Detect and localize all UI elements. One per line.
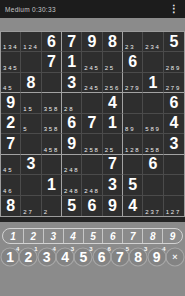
cell-r9c6[interactable]: 9 [103,196,123,216]
cell-r3c3[interactable] [42,73,62,93]
cell-r7c2[interactable]: 3 [21,155,41,175]
cell-r3c7[interactable]: 279 [123,73,143,93]
cell-value: 2 [1,114,20,133]
cell-value: 9 [82,32,101,51]
note-button-5[interactable]: 5 [83,229,103,243]
cell-r8c2[interactable] [21,175,41,195]
cell-r9c1[interactable]: 8 [1,196,21,216]
cell-r3c4[interactable]: 3 [62,73,82,93]
digit-label: 9 [153,250,161,264]
cell-r4c1[interactable]: 9 [1,93,21,113]
cell-notes: 23 [125,44,135,50]
cell-notes: 134 [3,44,18,50]
cell-r2c4[interactable]: 1 [62,52,82,72]
cell-value: 7 [62,32,81,51]
cell-notes: 589 [145,126,160,132]
cell-notes: 25 [105,65,115,71]
cell-r6c6[interactable]: 25 [103,134,123,154]
cell-value: 8 [1,196,20,216]
cell-r9c3[interactable]: 2 [42,196,62,216]
cell-notes: 234 [145,44,160,50]
cell-notes: 237 [145,209,160,215]
digit-buttons-row: 142134435366758394× [0,247,185,266]
cell-notes: 258 [84,147,99,153]
cell-notes: 458 [44,147,59,153]
cell-notes: 245 [84,85,99,91]
cell-r4c4[interactable]: 28 [62,93,82,113]
delete-icon: × [172,252,177,262]
action-bar: Medium 0:30:33 ⋮ [0,0,185,18]
cell-r2c1[interactable]: 345 [1,52,21,72]
cell-notes: 289 [166,65,181,71]
cell-r6c8[interactable]: 258 [143,134,163,154]
cell-notes: 27 [23,209,33,215]
cell-value: 5 [123,175,142,194]
digit-button-6[interactable]: 66 [92,247,110,266]
cell-r7c8[interactable]: 6 [143,155,163,175]
digit-button-4[interactable]: 43 [56,247,74,266]
cell-notes: 248 [64,188,79,194]
digit-button-7[interactable]: 75 [111,247,129,266]
digit-button-8[interactable]: 83 [129,247,147,266]
cell-r6c2[interactable] [21,134,41,154]
note-button-6[interactable]: 6 [102,229,122,243]
cell-r8c6[interactable]: 3 [103,175,123,195]
cell-r7c3[interactable] [42,155,62,175]
cell-notes: 15 [23,106,33,112]
cell-r2c3[interactable]: 7 [42,52,62,72]
digit-label: 1 [6,250,14,264]
cell-r7c5[interactable] [82,155,102,175]
cell-notes: 25 [105,147,115,153]
cell-r9c2[interactable]: 27 [21,196,41,216]
cell-r2c2[interactable] [21,52,41,72]
cell-notes: 279 [166,85,181,91]
cell-r3c1[interactable]: 45 [1,73,21,93]
cell-value: 8 [103,32,122,51]
note-button-4[interactable]: 4 [63,229,83,243]
cell-r8c9[interactable] [164,175,184,195]
cell-r5c3[interactable]: 358 [42,114,62,134]
cell-value: 1 [42,175,61,194]
cell-r1c7[interactable]: 23 [123,32,143,52]
cell-value: 4 [164,114,184,133]
cell-notes: 358 [44,106,59,112]
cell-r7c9[interactable] [164,155,184,175]
cell-notes: 128 [125,147,140,153]
cell-value: 6 [143,155,162,174]
page-title: Medium 0:30:33 [5,6,168,13]
digit-label: 5 [79,250,87,264]
cell-notes: 279 [125,85,140,91]
digit-label: 4 [61,250,69,264]
cell-r6c5[interactable]: 258 [82,134,102,154]
cell-r3c5[interactable]: 245 [82,73,102,93]
cell-value: 6 [123,52,142,71]
cell-r6c1[interactable]: 7 [1,134,21,154]
cell-r1c9[interactable]: 5 [164,32,184,52]
cell-r6c3[interactable]: 458 [42,134,62,154]
cell-r2c5[interactable]: 245 [82,52,102,72]
cell-r5c9[interactable]: 4 [164,114,184,134]
cell-notes: 124 [23,44,38,50]
cell-r9c8[interactable]: 237 [143,196,163,216]
app-screen: Medium 0:30:33 ⋮ 13412467982323453457124… [0,0,185,296]
cell-r5c2[interactable]: 5 [21,114,41,134]
cell-value: 6 [164,93,184,112]
cell-notes: 345 [3,65,18,71]
cell-notes: 45 [3,85,13,91]
cell-r1c1[interactable]: 134 [1,32,21,52]
cell-r9c9[interactable]: 127 [164,196,184,216]
note-button-3[interactable]: 3 [43,229,63,243]
cell-notes: 358 [44,126,59,132]
cell-r4c2[interactable]: 15 [21,93,41,113]
cell-r7c6[interactable]: 7 [103,155,123,175]
cell-r5c7[interactable]: 89 [123,114,143,134]
board-container: 1341246798232345345712452562894583245256… [0,31,185,222]
cell-r3c2[interactable]: 8 [21,73,41,93]
cell-r4c6[interactable]: 4 [103,93,123,113]
cell-value: 3 [164,134,184,153]
pencil-notes-row: 123456789 [2,228,183,244]
cell-r8c7[interactable]: 5 [123,175,143,195]
digit-label: 2 [25,250,33,264]
cell-r9c4[interactable]: 5 [62,196,82,216]
cell-r4c7[interactable] [123,93,143,113]
cell-value: 4 [123,196,142,216]
cell-r2c6[interactable]: 25 [103,52,123,72]
cell-r4c8[interactable] [143,93,163,113]
cell-r2c7[interactable]: 6 [123,52,143,72]
cell-value: 7 [103,155,122,174]
cell-r4c3[interactable]: 358 [42,93,62,113]
cell-r7c4[interactable]: 248 [62,155,82,175]
cell-value: 9 [103,196,122,216]
cell-notes: 258 [145,147,160,153]
cell-r1c4[interactable]: 7 [62,32,82,52]
cell-r7c1[interactable]: 45 [1,155,21,175]
cell-value: 6 [62,114,81,133]
cell-r4c9[interactable]: 6 [164,93,184,113]
cell-notes: 248 [64,167,79,173]
cell-r3c9[interactable]: 279 [164,73,184,93]
cell-r5c6[interactable]: 1 [103,114,123,134]
cell-notes: 2 [44,209,49,215]
cell-value: 7 [1,134,20,153]
cell-value: 3 [62,73,81,92]
cell-r1c5[interactable]: 9 [82,32,102,52]
cell-r5c5[interactable]: 7 [82,114,102,134]
cell-r8c4[interactable]: 248 [62,175,82,195]
digit-button-2[interactable]: 21 [19,247,37,266]
cell-value: 5 [62,196,81,216]
overflow-menu-icon[interactable]: ⋮ [168,4,180,14]
cell-value: 3 [21,155,40,174]
cell-r2c9[interactable]: 289 [164,52,184,72]
digit-button-5[interactable]: 53 [74,247,92,266]
digit-label: 7 [116,250,124,264]
cell-notes: 46 [3,188,13,194]
cell-r1c3[interactable]: 6 [42,32,62,52]
sudoku-board: 1341246798232345345712452562894583245256… [0,31,185,217]
cell-notes: 45 [3,167,13,173]
note-button-1[interactable]: 1 [3,229,23,243]
cell-notes: 248 [84,188,99,194]
cell-r1c2[interactable]: 124 [21,32,41,52]
cell-value: 7 [82,114,101,133]
cell-value: 6 [82,196,101,216]
cell-value: 9 [62,134,81,153]
note-button-2[interactable]: 2 [23,229,43,243]
cell-r4c5[interactable] [82,93,102,113]
cell-r3c8[interactable]: 1 [143,73,163,93]
note-button-7[interactable]: 7 [122,229,142,243]
cell-notes: 127 [166,209,181,215]
cell-value: 8 [21,73,40,92]
note-button-8[interactable]: 8 [142,229,162,243]
cell-r5c1[interactable]: 2 [1,114,21,134]
cell-r6c4[interactable]: 9 [62,134,82,154]
cell-value: 1 [103,114,122,133]
digit-button-9[interactable]: 94 [147,247,165,266]
delete-button[interactable]: × [166,247,184,266]
digit-label: 8 [134,250,142,264]
cell-value: 3 [103,175,122,194]
cell-r9c5[interactable]: 6 [82,196,102,216]
cell-r5c8[interactable]: 589 [143,114,163,134]
cell-notes: 245 [84,65,99,71]
cell-r8c1[interactable]: 46 [1,175,21,195]
cell-value: 6 [42,32,61,51]
cell-value: 5 [164,32,184,51]
cell-r3c6[interactable]: 256 [103,73,123,93]
cell-r8c3[interactable]: 1 [42,175,62,195]
cell-r9c7[interactable]: 4 [123,196,143,216]
cell-r1c6[interactable]: 8 [103,32,123,52]
cell-r7c7[interactable] [123,155,143,175]
cell-value: 9 [1,93,20,112]
cell-value: 7 [42,52,61,71]
cell-notes: 28 [64,106,74,112]
cell-value: 4 [103,93,122,112]
cell-r5c4[interactable]: 6 [62,114,82,134]
cell-r2c8[interactable] [143,52,163,72]
cell-notes: 89 [125,126,135,132]
cell-r8c5[interactable]: 248 [82,175,102,195]
cell-notes: 256 [105,85,120,91]
number-pad: 123456789 142134435366758394× [0,222,185,266]
cell-r1c8[interactable]: 234 [143,32,163,52]
cell-r6c9[interactable]: 3 [164,134,184,154]
cell-notes: 5 [23,126,28,132]
digit-button-1[interactable]: 14 [1,247,19,266]
digit-label: 6 [98,250,106,264]
cell-r8c8[interactable] [143,175,163,195]
cell-value: 1 [143,73,162,92]
cell-r6c7[interactable]: 128 [123,134,143,154]
digit-label: 3 [43,250,51,264]
digit-button-3[interactable]: 34 [38,247,56,266]
cell-value: 1 [62,52,81,71]
note-button-9[interactable]: 9 [162,229,182,243]
